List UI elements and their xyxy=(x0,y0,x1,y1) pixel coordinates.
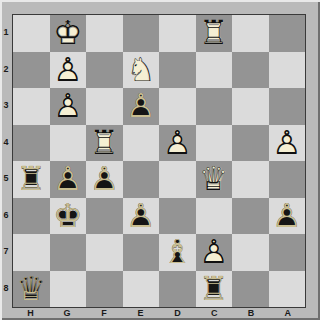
square-e2[interactable]: ♞♘ xyxy=(123,52,160,89)
file-label-a: A xyxy=(269,306,306,320)
square-f2[interactable] xyxy=(86,52,123,89)
square-h8[interactable]: ♛♕ xyxy=(13,271,50,308)
rank-label-6: 6 xyxy=(0,197,12,234)
black-pawn-glyph-outline: ♙ xyxy=(50,161,87,198)
square-a4[interactable]: ♟♙ xyxy=(269,125,306,162)
white-knight-glyph-fill: ♞ xyxy=(123,52,160,89)
square-h5[interactable]: ♜♖ xyxy=(13,161,50,198)
white-pawn-glyph-outline: ♙ xyxy=(50,88,87,125)
file-label-e: E xyxy=(122,306,159,320)
square-e3[interactable]: ♟♙ xyxy=(123,88,160,125)
rank-labels: 12345678 xyxy=(0,14,12,306)
black-pawn-e3[interactable]: ♟♙ xyxy=(123,88,160,125)
black-pawn-f5[interactable]: ♟♙ xyxy=(86,161,123,198)
square-c2[interactable] xyxy=(196,52,233,89)
square-d6[interactable] xyxy=(159,198,196,235)
chessboard-frame: 12345678 HGFEDCBA ♚♔♜♖♟♙♞♘♟♙♟♙♜♖♟♙♟♙♜♖♟♙… xyxy=(0,0,320,320)
square-g7[interactable] xyxy=(50,234,87,271)
square-b5[interactable] xyxy=(232,161,269,198)
square-d2[interactable] xyxy=(159,52,196,89)
black-king-g6[interactable]: ♚♔ xyxy=(50,198,87,235)
black-pawn-glyph-outline: ♙ xyxy=(86,161,123,198)
square-c5[interactable]: ♛♕ xyxy=(196,161,233,198)
white-knight-glyph-outline: ♘ xyxy=(123,52,160,89)
white-pawn-glyph-outline: ♙ xyxy=(50,52,87,89)
square-a5[interactable] xyxy=(269,161,306,198)
square-c4[interactable] xyxy=(196,125,233,162)
black-bishop-glyph-outline: ♗ xyxy=(159,234,196,271)
square-h4[interactable] xyxy=(13,125,50,162)
square-f3[interactable] xyxy=(86,88,123,125)
white-pawn-c7[interactable]: ♟♙ xyxy=(196,234,233,271)
square-e4[interactable] xyxy=(123,125,160,162)
square-h6[interactable] xyxy=(13,198,50,235)
square-b3[interactable] xyxy=(232,88,269,125)
black-rook-glyph-fill: ♜ xyxy=(196,271,233,308)
rank-label-5: 5 xyxy=(0,160,12,197)
square-a1[interactable] xyxy=(269,15,306,52)
square-e8[interactable] xyxy=(123,271,160,308)
black-queen-glyph-fill: ♛ xyxy=(13,271,50,308)
square-a2[interactable] xyxy=(269,52,306,89)
square-d4[interactable]: ♟♙ xyxy=(159,125,196,162)
square-b4[interactable] xyxy=(232,125,269,162)
square-f6[interactable] xyxy=(86,198,123,235)
black-rook-h5[interactable]: ♜♖ xyxy=(13,161,50,198)
rank-label-7: 7 xyxy=(0,233,12,270)
black-rook-glyph-fill: ♜ xyxy=(13,161,50,198)
white-rook-glyph-outline: ♖ xyxy=(196,15,233,52)
white-king-glyph-fill: ♚ xyxy=(50,15,87,52)
file-label-d: D xyxy=(159,306,196,320)
square-b1[interactable] xyxy=(232,15,269,52)
square-e1[interactable] xyxy=(123,15,160,52)
rank-label-3: 3 xyxy=(0,87,12,124)
rank-label-8: 8 xyxy=(0,270,12,307)
black-pawn-glyph-outline: ♙ xyxy=(123,198,160,235)
square-a6[interactable]: ♟♙ xyxy=(269,198,306,235)
black-queen-glyph-outline: ♕ xyxy=(13,271,50,308)
square-a7[interactable] xyxy=(269,234,306,271)
white-rook-glyph-outline: ♖ xyxy=(86,125,123,162)
black-pawn-glyph-outline: ♙ xyxy=(123,88,160,125)
square-f7[interactable] xyxy=(86,234,123,271)
white-rook-f4[interactable]: ♜♖ xyxy=(86,125,123,162)
black-pawn-glyph-outline: ♙ xyxy=(269,198,306,235)
white-knight-e2[interactable]: ♞♘ xyxy=(123,52,160,89)
black-rook-glyph-outline: ♖ xyxy=(13,161,50,198)
square-a3[interactable] xyxy=(269,88,306,125)
file-label-b: B xyxy=(233,306,270,320)
square-c7[interactable]: ♟♙ xyxy=(196,234,233,271)
square-d1[interactable] xyxy=(159,15,196,52)
square-g6[interactable]: ♚♔ xyxy=(50,198,87,235)
black-queen-h8[interactable]: ♛♕ xyxy=(13,271,50,308)
white-pawn-glyph-outline: ♙ xyxy=(269,125,306,162)
black-pawn-glyph-fill: ♟ xyxy=(123,88,160,125)
square-f8[interactable] xyxy=(86,271,123,308)
white-queen-glyph-fill: ♛ xyxy=(196,161,233,198)
black-pawn-g5[interactable]: ♟♙ xyxy=(50,161,87,198)
square-c3[interactable] xyxy=(196,88,233,125)
square-g8[interactable] xyxy=(50,271,87,308)
square-e6[interactable]: ♟♙ xyxy=(123,198,160,235)
rank-label-2: 2 xyxy=(0,51,12,88)
white-pawn-glyph-fill: ♟ xyxy=(159,125,196,162)
square-g2[interactable]: ♟♙ xyxy=(50,52,87,89)
square-h1[interactable] xyxy=(13,15,50,52)
square-h3[interactable] xyxy=(13,88,50,125)
square-d5[interactable] xyxy=(159,161,196,198)
white-pawn-glyph-outline: ♙ xyxy=(196,234,233,271)
black-pawn-glyph-fill: ♟ xyxy=(50,161,87,198)
white-pawn-a4[interactable]: ♟♙ xyxy=(269,125,306,162)
square-c1[interactable]: ♜♖ xyxy=(196,15,233,52)
white-pawn-d4[interactable]: ♟♙ xyxy=(159,125,196,162)
square-b8[interactable] xyxy=(232,271,269,308)
square-f4[interactable]: ♜♖ xyxy=(86,125,123,162)
square-e5[interactable] xyxy=(123,161,160,198)
square-g4[interactable] xyxy=(50,125,87,162)
square-b6[interactable] xyxy=(232,198,269,235)
square-b2[interactable] xyxy=(232,52,269,89)
file-label-f: F xyxy=(86,306,123,320)
black-rook-glyph-outline: ♖ xyxy=(196,271,233,308)
file-label-c: C xyxy=(196,306,233,320)
white-king-g1[interactable]: ♚♔ xyxy=(50,15,87,52)
square-g1[interactable]: ♚♔ xyxy=(50,15,87,52)
file-label-h: H xyxy=(12,306,49,320)
black-pawn-a6[interactable]: ♟♙ xyxy=(269,198,306,235)
white-rook-c1[interactable]: ♜♖ xyxy=(196,15,233,52)
black-king-glyph-outline: ♔ xyxy=(50,198,87,235)
square-c8[interactable]: ♜♖ xyxy=(196,271,233,308)
file-labels: HGFEDCBA xyxy=(12,306,306,320)
square-d3[interactable] xyxy=(159,88,196,125)
white-rook-glyph-fill: ♜ xyxy=(196,15,233,52)
rank-label-4: 4 xyxy=(0,124,12,161)
black-pawn-glyph-fill: ♟ xyxy=(86,161,123,198)
white-pawn-glyph-fill: ♟ xyxy=(196,234,233,271)
white-rook-glyph-fill: ♜ xyxy=(86,125,123,162)
square-g5[interactable]: ♟♙ xyxy=(50,161,87,198)
square-f1[interactable] xyxy=(86,15,123,52)
square-h2[interactable] xyxy=(13,52,50,89)
square-d7[interactable]: ♝♗ xyxy=(159,234,196,271)
black-pawn-glyph-fill: ♟ xyxy=(269,198,306,235)
black-bishop-glyph-fill: ♝ xyxy=(159,234,196,271)
file-label-g: G xyxy=(49,306,86,320)
chess-board: ♚♔♜♖♟♙♞♘♟♙♟♙♜♖♟♙♟♙♜♖♟♙♟♙♛♕♚♔♟♙♟♙♝♗♟♙♛♕♜♖ xyxy=(12,14,306,308)
white-pawn-g2[interactable]: ♟♙ xyxy=(50,52,87,89)
square-e7[interactable] xyxy=(123,234,160,271)
white-king-glyph-outline: ♔ xyxy=(50,15,87,52)
square-h7[interactable] xyxy=(13,234,50,271)
rank-label-1: 1 xyxy=(0,14,12,51)
black-king-glyph-fill: ♚ xyxy=(50,198,87,235)
black-pawn-glyph-fill: ♟ xyxy=(123,198,160,235)
square-d8[interactable] xyxy=(159,271,196,308)
white-pawn-glyph-fill: ♟ xyxy=(50,88,87,125)
white-pawn-glyph-outline: ♙ xyxy=(159,125,196,162)
square-f5[interactable]: ♟♙ xyxy=(86,161,123,198)
white-pawn-glyph-fill: ♟ xyxy=(50,52,87,89)
white-queen-c5[interactable]: ♛♕ xyxy=(196,161,233,198)
square-g3[interactable]: ♟♙ xyxy=(50,88,87,125)
white-queen-glyph-outline: ♕ xyxy=(196,161,233,198)
square-b7[interactable] xyxy=(232,234,269,271)
white-pawn-glyph-fill: ♟ xyxy=(269,125,306,162)
white-pawn-g3[interactable]: ♟♙ xyxy=(50,88,87,125)
black-pawn-e6[interactable]: ♟♙ xyxy=(123,198,160,235)
square-a8[interactable] xyxy=(269,271,306,308)
black-bishop-d7[interactable]: ♝♗ xyxy=(159,234,196,271)
black-rook-c8[interactable]: ♜♖ xyxy=(196,271,233,308)
square-c6[interactable] xyxy=(196,198,233,235)
